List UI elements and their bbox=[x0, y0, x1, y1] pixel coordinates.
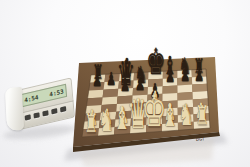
clock-button bbox=[42, 110, 48, 116]
svg-text:DGT: DGT bbox=[196, 136, 205, 142]
clock-side-panel bbox=[5, 87, 24, 131]
clock-button bbox=[25, 114, 31, 120]
clock-body: 4:54 4:53 bbox=[16, 75, 75, 134]
product-photo-scene: DGT ♜♝♚♝♞♜♟♟♛♞♟♟♟♟♟♟♟♟♟♟♟♟♟♟♜♞♝♛♚♝♞♜ 4:5… bbox=[0, 0, 250, 167]
clock-time-right: 4:53 bbox=[49, 87, 64, 97]
clock-time-left: 4:54 bbox=[24, 93, 39, 103]
clock-button bbox=[33, 112, 39, 118]
dgt-chess-clock: 4:54 4:53 bbox=[4, 79, 80, 137]
clock-button bbox=[51, 108, 57, 114]
clock-button bbox=[60, 106, 66, 112]
